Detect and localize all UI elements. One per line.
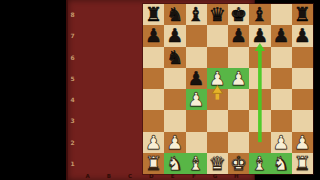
square-e2 [228, 132, 249, 153]
square-f2 [249, 132, 270, 153]
black-rook: ♜ [292, 4, 313, 25]
square-a5 [143, 68, 164, 89]
square-c1: ♝ [186, 153, 207, 174]
square-b3 [164, 110, 185, 131]
white-pawn: ♟ [143, 132, 164, 153]
square-b7: ♟ [164, 25, 185, 46]
white-queen: ♛ [207, 153, 228, 174]
rank-label-4: 4 [68, 89, 77, 110]
square-e7: ♟ [228, 25, 249, 46]
file-label-b: B [98, 172, 119, 180]
square-a6 [143, 47, 164, 68]
square-d4 [207, 89, 228, 110]
square-h4 [292, 89, 313, 110]
black-queen: ♛ [207, 4, 228, 25]
square-a4 [143, 89, 164, 110]
white-bishop: ♝ [249, 153, 270, 174]
rank-label-1: 1 [68, 153, 77, 174]
square-f5 [249, 68, 270, 89]
white-rook: ♜ [292, 153, 313, 174]
rank-label-5: 5 [68, 68, 77, 89]
square-c4: ♟ [186, 89, 207, 110]
square-h5 [292, 68, 313, 89]
square-a1: ♜ [143, 153, 164, 174]
white-knight: ♞ [271, 153, 292, 174]
white-pawn: ♟ [186, 89, 207, 110]
square-g6 [271, 47, 292, 68]
chess-board: ♜♞♝♛♚♝♜♟♟♟♟♟♟♞♟♟♟♟♟♟♟♟♜♞♝♛♚♝♞♜ [143, 4, 313, 174]
white-knight: ♞ [164, 153, 185, 174]
square-e5: ♟ [228, 68, 249, 89]
square-g2: ♟ [271, 132, 292, 153]
square-c8: ♝ [186, 4, 207, 25]
square-e4 [228, 89, 249, 110]
white-bishop: ♝ [186, 153, 207, 174]
rank-label-6: 6 [68, 47, 77, 68]
square-e6 [228, 47, 249, 68]
square-h1: ♜ [292, 153, 313, 174]
square-f1: ♝ [249, 153, 270, 174]
black-king: ♚ [228, 4, 249, 25]
square-g5 [271, 68, 292, 89]
square-c2 [186, 132, 207, 153]
square-h3 [292, 110, 313, 131]
board-frame: 87654321 ABCDEFGH ♜♞♝♛♚♝♜♟♟♟♟♟♟♞♟♟♟♟♟♟♟♟… [66, 0, 255, 180]
black-pawn: ♟ [249, 25, 270, 46]
square-b5 [164, 68, 185, 89]
file-label-c: C [120, 172, 141, 180]
square-f7: ♟ [249, 25, 270, 46]
square-f8: ♝ [249, 4, 270, 25]
black-pawn: ♟ [164, 25, 185, 46]
black-pawn: ♟ [143, 25, 164, 46]
square-g3 [271, 110, 292, 131]
square-d8: ♛ [207, 4, 228, 25]
square-b6: ♞ [164, 47, 185, 68]
white-rook: ♜ [143, 153, 164, 174]
square-d1: ♛ [207, 153, 228, 174]
white-pawn: ♟ [228, 68, 249, 89]
square-d2 [207, 132, 228, 153]
rank-label-7: 7 [68, 25, 77, 46]
square-f6 [249, 47, 270, 68]
square-g8 [271, 4, 292, 25]
square-d5: ♟ [207, 68, 228, 89]
square-e1: ♚ [228, 153, 249, 174]
square-f3 [249, 110, 270, 131]
black-pawn: ♟ [271, 25, 292, 46]
black-bishop: ♝ [186, 4, 207, 25]
square-a2: ♟ [143, 132, 164, 153]
square-d7 [207, 25, 228, 46]
square-b4 [164, 89, 185, 110]
square-d3 [207, 110, 228, 131]
square-b1: ♞ [164, 153, 185, 174]
square-e8: ♚ [228, 4, 249, 25]
square-c3 [186, 110, 207, 131]
black-knight: ♞ [164, 4, 185, 25]
white-king: ♚ [228, 153, 249, 174]
square-c7 [186, 25, 207, 46]
rank-labels: 87654321 [68, 4, 77, 174]
white-pawn: ♟ [164, 132, 185, 153]
square-c6 [186, 47, 207, 68]
square-a3 [143, 110, 164, 131]
square-d6 [207, 47, 228, 68]
square-h6 [292, 47, 313, 68]
square-h7: ♟ [292, 25, 313, 46]
square-f4 [249, 89, 270, 110]
square-c5: ♟ [186, 68, 207, 89]
black-rook: ♜ [143, 4, 164, 25]
black-pawn: ♟ [186, 68, 207, 89]
white-pawn: ♟ [207, 68, 228, 89]
black-bishop: ♝ [249, 4, 270, 25]
square-h2: ♟ [292, 132, 313, 153]
black-pawn: ♟ [292, 25, 313, 46]
white-pawn: ♟ [271, 132, 292, 153]
square-g4 [271, 89, 292, 110]
square-e3 [228, 110, 249, 131]
black-knight: ♞ [164, 47, 185, 68]
file-label-a: A [77, 172, 98, 180]
square-b8: ♞ [164, 4, 185, 25]
square-g1: ♞ [271, 153, 292, 174]
black-pawn: ♟ [228, 25, 249, 46]
square-a8: ♜ [143, 4, 164, 25]
video-frame: 87654321 ABCDEFGH ♜♞♝♛♚♝♜♟♟♟♟♟♟♞♟♟♟♟♟♟♟♟… [0, 0, 320, 180]
rank-label-2: 2 [68, 132, 77, 153]
square-a7: ♟ [143, 25, 164, 46]
rank-label-8: 8 [68, 4, 77, 25]
rank-label-3: 3 [68, 110, 77, 131]
square-g7: ♟ [271, 25, 292, 46]
white-pawn: ♟ [292, 132, 313, 153]
square-b2: ♟ [164, 132, 185, 153]
square-h8: ♜ [292, 4, 313, 25]
